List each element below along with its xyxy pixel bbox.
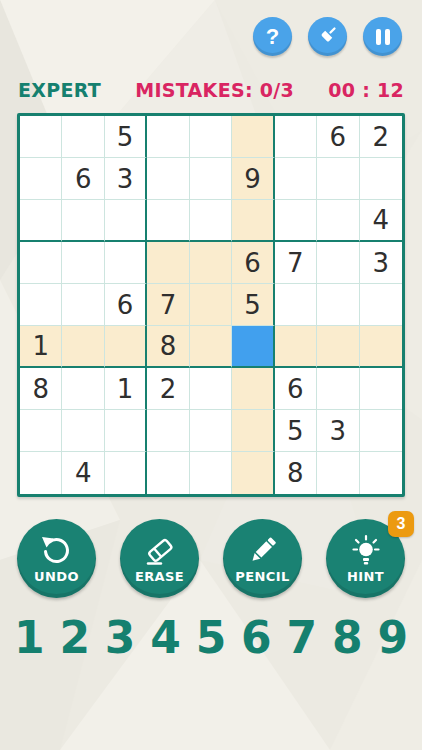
cell-r1c1[interactable] [20, 116, 62, 158]
erase-label: ERASE [135, 569, 184, 584]
cell-r5c7[interactable] [275, 284, 317, 326]
cell-r2c9[interactable] [360, 158, 402, 200]
cell-r6c4[interactable]: 8 [147, 326, 189, 368]
pencil-button[interactable]: PENCIL [223, 519, 302, 598]
cell-r2c1[interactable] [20, 158, 62, 200]
cell-r1c7[interactable] [275, 116, 317, 158]
cell-r4c7[interactable]: 7 [275, 242, 317, 284]
cell-r9c1[interactable] [20, 452, 62, 494]
undo-icon [39, 534, 75, 568]
eraser-icon [142, 534, 178, 568]
numpad-1[interactable]: 1 [14, 616, 45, 660]
number-pad: 123456789 [0, 616, 422, 660]
cell-r1c3[interactable]: 5 [105, 116, 147, 158]
status-bar: EXPERT MISTAKES: 0/3 00 : 12 [0, 79, 422, 101]
topbar: ? [0, 0, 422, 56]
numpad-2[interactable]: 2 [59, 616, 90, 660]
cell-r1c2[interactable] [62, 116, 104, 158]
cell-r9c3[interactable] [105, 452, 147, 494]
cell-r9c7[interactable]: 8 [275, 452, 317, 494]
numpad-5[interactable]: 5 [196, 616, 227, 660]
cell-r6c7[interactable] [275, 326, 317, 368]
cell-r1c6[interactable] [232, 116, 274, 158]
cell-r7c2[interactable] [62, 368, 104, 410]
pencil-icon [245, 534, 281, 568]
pause-icon [376, 29, 390, 45]
hint-button[interactable]: HINT 3 [326, 519, 405, 598]
hint-badge: 3 [388, 511, 414, 537]
numpad-6[interactable]: 6 [241, 616, 272, 660]
cell-r9c2[interactable]: 4 [62, 452, 104, 494]
cell-r6c8[interactable] [317, 326, 359, 368]
cell-r3c9[interactable]: 4 [360, 200, 402, 242]
numpad-9[interactable]: 9 [377, 616, 408, 660]
cell-r7c5[interactable] [190, 368, 232, 410]
cell-r9c4[interactable] [147, 452, 189, 494]
erase-button[interactable]: ERASE [120, 519, 199, 598]
numpad-3[interactable]: 3 [105, 616, 136, 660]
pencil-label: PENCIL [235, 569, 289, 584]
cell-r2c8[interactable] [317, 158, 359, 200]
cell-r3c3[interactable] [105, 200, 147, 242]
cell-r7c1[interactable]: 8 [20, 368, 62, 410]
cell-r6c3[interactable] [105, 326, 147, 368]
question-mark-icon: ? [266, 26, 279, 48]
cell-r8c9[interactable] [360, 410, 402, 452]
cell-r7c9[interactable] [360, 368, 402, 410]
cell-r4c1[interactable] [20, 242, 62, 284]
cell-r8c2[interactable] [62, 410, 104, 452]
numpad-7[interactable]: 7 [287, 616, 318, 660]
timer: 00 : 12 [328, 79, 404, 101]
cell-r8c7[interactable]: 5 [275, 410, 317, 452]
help-button[interactable]: ? [253, 17, 292, 56]
cell-r2c5[interactable] [190, 158, 232, 200]
cell-r5c6[interactable]: 5 [232, 284, 274, 326]
cell-r9c9[interactable] [360, 452, 402, 494]
cell-r8c3[interactable] [105, 410, 147, 452]
cell-r6c2[interactable] [62, 326, 104, 368]
cell-r3c1[interactable] [20, 200, 62, 242]
cell-r9c6[interactable] [232, 452, 274, 494]
cell-r3c8[interactable] [317, 200, 359, 242]
cell-r5c2[interactable] [62, 284, 104, 326]
cell-r5c4[interactable]: 7 [147, 284, 189, 326]
cell-r7c3[interactable]: 1 [105, 368, 147, 410]
cell-r4c5[interactable] [190, 242, 232, 284]
cell-r1c9[interactable]: 2 [360, 116, 402, 158]
sudoku-board: 56263946736751881265348 [17, 113, 405, 497]
cell-r4c3[interactable] [105, 242, 147, 284]
undo-label: UNDO [34, 569, 79, 584]
cell-r7c4[interactable]: 2 [147, 368, 189, 410]
numpad-4[interactable]: 4 [150, 616, 181, 660]
numpad-8[interactable]: 8 [332, 616, 363, 660]
cell-r5c9[interactable] [360, 284, 402, 326]
lightbulb-icon [348, 534, 384, 568]
hint-label: HINT [347, 569, 384, 584]
cell-r9c5[interactable] [190, 452, 232, 494]
pause-button[interactable] [363, 17, 402, 56]
cell-r5c5[interactable] [190, 284, 232, 326]
cell-r2c4[interactable] [147, 158, 189, 200]
cell-r3c4[interactable] [147, 200, 189, 242]
cell-r7c7[interactable]: 6 [275, 368, 317, 410]
cell-r5c1[interactable] [20, 284, 62, 326]
cell-r1c8[interactable]: 6 [317, 116, 359, 158]
cell-r4c4[interactable] [147, 242, 189, 284]
cell-r9c8[interactable] [317, 452, 359, 494]
cell-r8c4[interactable] [147, 410, 189, 452]
cell-r5c8[interactable] [317, 284, 359, 326]
toolbar: UNDO ERASE [0, 519, 422, 598]
cell-r4c8[interactable] [317, 242, 359, 284]
theme-button[interactable] [308, 17, 347, 56]
cell-r2c3[interactable]: 3 [105, 158, 147, 200]
cell-r2c7[interactable] [275, 158, 317, 200]
cell-r3c2[interactable] [62, 200, 104, 242]
cell-r6c5[interactable] [190, 326, 232, 368]
cell-r1c4[interactable] [147, 116, 189, 158]
cell-r3c6[interactable] [232, 200, 274, 242]
cell-r6c9[interactable] [360, 326, 402, 368]
cell-r2c2[interactable]: 6 [62, 158, 104, 200]
cell-r2c6[interactable]: 9 [232, 158, 274, 200]
cell-r7c6[interactable] [232, 368, 274, 410]
cell-r8c8[interactable]: 3 [317, 410, 359, 452]
cell-r7c8[interactable] [317, 368, 359, 410]
cell-r3c5[interactable] [190, 200, 232, 242]
paintbrush-icon [316, 23, 340, 50]
cell-r1c5[interactable] [190, 116, 232, 158]
difficulty-label: EXPERT [18, 79, 101, 101]
cell-r5c3[interactable]: 6 [105, 284, 147, 326]
cell-r8c1[interactable] [20, 410, 62, 452]
cell-r6c1[interactable]: 1 [20, 326, 62, 368]
undo-button[interactable]: UNDO [17, 519, 96, 598]
cell-r8c6[interactable] [232, 410, 274, 452]
cell-r4c2[interactable] [62, 242, 104, 284]
cell-r8c5[interactable] [190, 410, 232, 452]
cell-r3c7[interactable] [275, 200, 317, 242]
cell-r6c6[interactable] [232, 326, 274, 368]
cell-r4c6[interactable]: 6 [232, 242, 274, 284]
mistakes-counter: MISTAKES: 0/3 [135, 79, 294, 101]
cell-r4c9[interactable]: 3 [360, 242, 402, 284]
